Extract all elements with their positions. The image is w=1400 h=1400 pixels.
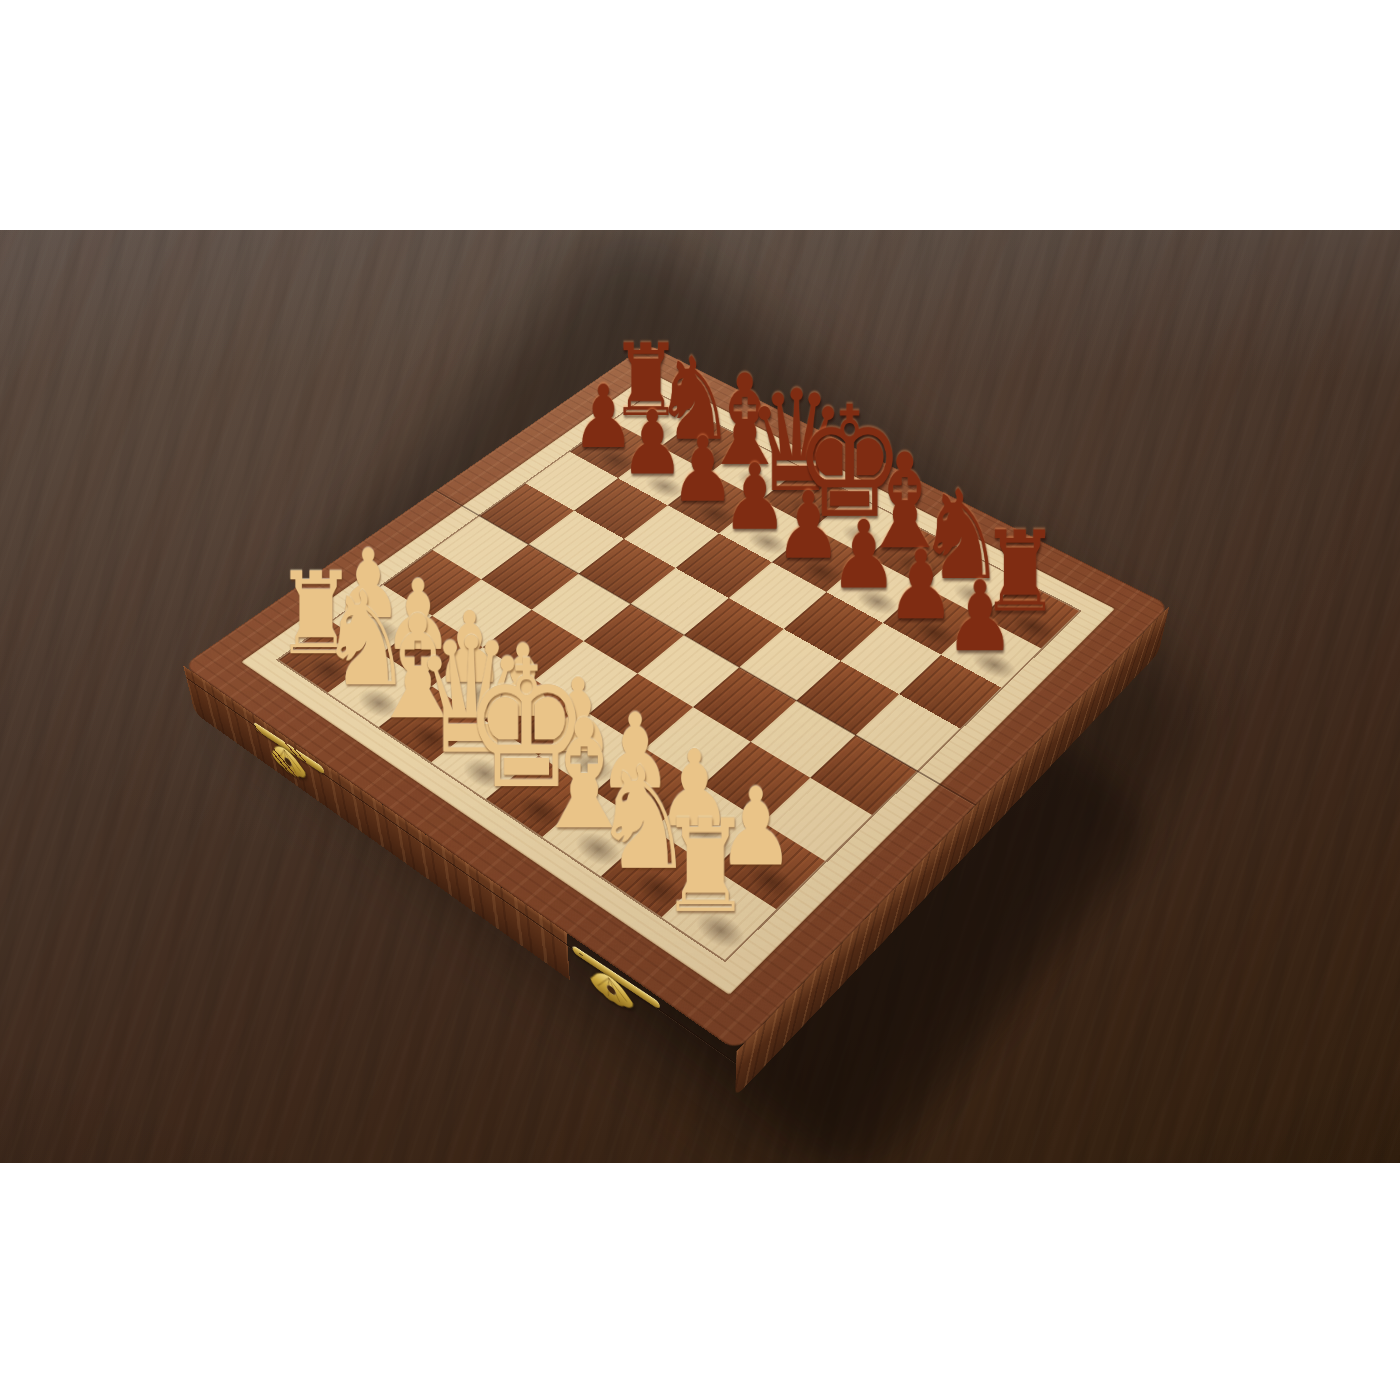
piece-white-rook[interactable]: ♜ [634,808,778,927]
table-photo: ♜♞♝♛♚♝♞♜♟♟♟♟♟♟♟♟♟♟♟♟♟♟♟♟♜♞♝♛♚♝♞♜ [0,230,1400,1163]
piece-black-pawn[interactable]: ♟ [917,572,1044,662]
